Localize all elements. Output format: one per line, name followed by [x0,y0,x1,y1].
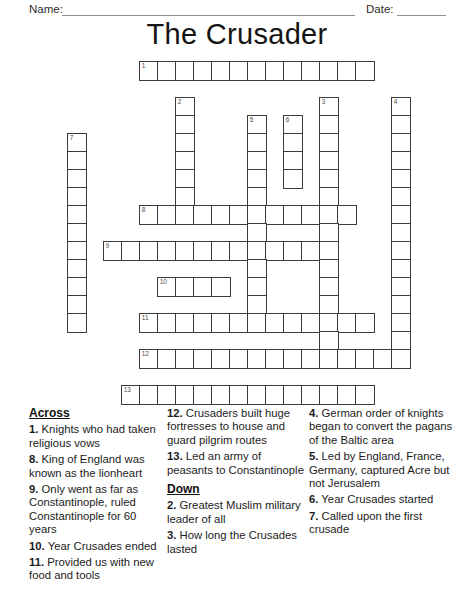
grid-cell[interactable]: 10 [157,277,177,297]
clue: 2. Greatest Muslim military leader of al… [167,499,305,526]
grid-cell[interactable] [157,241,177,261]
clues-down-header: Down [167,483,305,496]
grid-cell[interactable] [301,349,321,369]
clue-number-label: 12. [167,407,183,419]
grid-cell[interactable] [211,205,231,225]
grid-cell[interactable] [391,241,411,261]
crossword-grid: 12345678910111213 [68,62,410,404]
grid-cell[interactable] [67,241,87,261]
grid-cell[interactable] [283,349,303,369]
grid-cell[interactable] [67,313,87,333]
grid-cell[interactable] [391,187,411,207]
grid-cell[interactable] [247,205,267,225]
grid-cell[interactable] [175,151,195,171]
grid-cell[interactable] [265,61,285,81]
clue-number: 8 [142,206,146,214]
clue: 4. German order of knights began to conv… [309,407,454,447]
grid-cell[interactable] [265,385,285,405]
grid-cell[interactable] [319,169,339,189]
grid-cell[interactable] [301,241,321,261]
grid-cell[interactable] [391,277,411,297]
clue-number-label: 2. [167,499,176,511]
grid-cell[interactable] [211,277,231,297]
page-title: The Crusader [0,18,474,51]
grid-cell[interactable] [247,169,267,189]
grid-cell[interactable]: 13 [121,385,141,405]
grid-cell[interactable] [67,205,87,225]
grid-cell[interactable] [265,313,285,333]
grid-cell[interactable] [319,349,339,369]
clue-number-label: 6. [309,493,318,505]
clue-number: 3 [322,98,326,106]
date-blank-line [397,15,446,16]
grid-cell[interactable] [193,349,213,369]
grid-cell[interactable] [229,349,249,369]
clue-number-label: 13. [167,450,183,462]
grid-cell[interactable]: 12 [139,349,159,369]
clue-number-label: 7. [309,510,318,522]
grid-cell[interactable] [391,151,411,171]
grid-cell[interactable] [67,223,87,243]
grid-cell[interactable] [175,241,195,261]
grid-cell[interactable] [391,313,411,333]
clue-section: Down2. Greatest Muslim military leader o… [167,483,305,556]
name-label: Name: [29,3,63,15]
grid-cell[interactable]: 5 [247,115,267,135]
grid-cell[interactable] [247,385,267,405]
grid-cell[interactable] [157,385,177,405]
grid-cell[interactable] [301,313,321,333]
grid-cell[interactable] [319,187,339,207]
clue-number-label: 8. [29,453,38,465]
clue: 6. Year Crusades started [309,493,454,506]
clue: 12. Crusaders built huge fortresses to h… [167,407,305,447]
clue-number-label: 9. [29,483,38,495]
grid-cell[interactable] [391,349,411,369]
grid-cell[interactable]: 1 [139,61,159,81]
grid-cell[interactable] [391,259,411,279]
clue: 3. How long the Crusades lasted [167,529,305,556]
grid-cell[interactable] [247,277,267,297]
grid-cell[interactable] [391,115,411,135]
grid-cell[interactable] [175,187,195,207]
clue: 1. Knights who had taken religious vows [29,423,161,450]
grid-cell[interactable] [265,205,285,225]
grid-cell[interactable] [193,205,213,225]
grid-cell[interactable] [319,259,339,279]
clue: 8. King of England was known as the lion… [29,453,161,480]
grid-cell[interactable] [391,331,411,351]
grid-cell[interactable] [391,205,411,225]
grid-cell[interactable] [175,385,195,405]
grid-cell[interactable] [319,331,339,351]
grid-cell[interactable] [211,385,231,405]
grid-cell[interactable] [283,151,303,171]
grid-cell[interactable] [229,205,249,225]
clue-number: 6 [286,116,290,124]
grid-cell[interactable] [121,241,141,261]
grid-cell[interactable] [67,151,87,171]
grid-cell[interactable] [391,133,411,153]
clue-number: 4 [394,98,398,106]
grid-cell[interactable] [67,295,87,315]
clue: 5. Led by England, France, Germany, capt… [309,450,454,490]
grid-cell[interactable] [211,241,231,261]
grid-cell[interactable] [175,133,195,153]
grid-cell[interactable] [175,115,195,135]
grid-cell[interactable] [283,385,303,405]
grid-cell[interactable] [175,61,195,81]
grid-cell[interactable]: 11 [139,313,159,333]
grid-cell[interactable] [193,385,213,405]
clue-number: 5 [250,116,254,124]
grid-cell[interactable] [283,313,303,333]
clue-number-label: 3. [167,529,176,541]
grid-cell[interactable] [67,187,87,207]
grid-cell[interactable] [355,385,375,405]
grid-cell[interactable] [319,295,339,315]
clue-number: 13 [124,386,131,394]
clue-number: 11 [142,314,149,322]
grid-cell[interactable] [355,313,375,333]
grid-cell[interactable] [355,349,375,369]
grid-cell[interactable] [319,313,339,333]
grid-cell[interactable] [283,61,303,81]
grid-cell[interactable] [319,223,339,243]
grid-cell[interactable] [157,349,177,369]
grid-cell[interactable] [337,205,357,225]
worksheet-page: Name: Date: The Crusader 123456789101112… [0,0,474,613]
grid-cell[interactable]: 6 [283,115,303,135]
grid-cell[interactable]: 8 [139,205,159,225]
grid-cell[interactable] [193,277,213,297]
grid-cell[interactable] [229,313,249,333]
grid-cell[interactable] [157,313,177,333]
clue-number: 1 [142,62,146,70]
clue-section: Across1. Knights who had taken religious… [29,407,161,583]
grid-cell[interactable] [175,313,195,333]
grid-cell[interactable] [175,349,195,369]
clue: 10. Year Crusades ended [29,540,161,553]
clue-section: 4. German order of knights began to conv… [309,407,454,537]
grid-cell[interactable] [247,223,267,243]
grid-cell[interactable] [319,385,339,405]
grid-cell[interactable] [229,385,249,405]
grid-cell[interactable] [373,349,393,369]
clue-number: 7 [70,134,74,142]
grid-cell[interactable] [319,277,339,297]
grid-cell[interactable] [247,133,267,153]
grid-cell[interactable] [247,313,267,333]
clue-section: 12. Crusaders built huge fortresses to h… [167,407,305,477]
clue-number: 2 [178,98,182,106]
clue-number-label: 5. [309,450,318,462]
grid-cell[interactable] [319,151,339,171]
grid-cell[interactable]: 9 [103,241,123,261]
grid-cell[interactable] [337,61,357,81]
grid-cell[interactable] [337,349,357,369]
grid-cell[interactable] [67,277,87,297]
grid-cell[interactable] [175,205,195,225]
clue-number: 12 [142,350,149,358]
grid-cell[interactable]: 2 [175,97,195,117]
grid-cell[interactable] [211,313,231,333]
grid-cell[interactable] [229,61,249,81]
grid-cell[interactable] [193,313,213,333]
grid-cell[interactable] [247,187,267,207]
grid-cell[interactable] [319,241,339,261]
clue-column: 12. Crusaders built huge fortresses to h… [167,407,305,562]
grid-cell[interactable] [67,259,87,279]
grid-cell[interactable] [283,133,303,153]
grid-cell[interactable]: 3 [319,97,339,117]
clues-across-header: Across [29,407,161,420]
grid-cell[interactable] [247,151,267,171]
grid-cell[interactable] [175,169,195,189]
grid-cell[interactable] [319,133,339,153]
clue: 13. Led an army of peasants to Constanti… [167,450,305,477]
grid-cell[interactable] [319,205,339,225]
grid-cell[interactable] [193,61,213,81]
grid-cell[interactable] [283,205,303,225]
clue: 9. Only went as far as Constantinople, r… [29,483,161,537]
grid-cell[interactable] [247,241,267,261]
grid-cell[interactable] [301,205,321,225]
clue: 7. Called upon the first crusade [309,510,454,537]
grid-cell[interactable] [355,61,375,81]
clue-number-label: 1. [29,423,38,435]
grid-cell[interactable] [247,61,267,81]
grid-cell[interactable] [337,313,357,333]
grid-cell[interactable] [247,349,267,369]
date-label: Date: [366,3,394,15]
clue-number: 10 [160,278,167,286]
grid-cell[interactable] [319,61,339,81]
grid-cell[interactable] [391,295,411,315]
clue-column: Across1. Knights who had taken religious… [29,407,161,589]
clue-column: 4. German order of knights began to conv… [309,407,454,543]
grid-cell[interactable] [301,385,321,405]
grid-cell[interactable] [139,241,159,261]
grid-cell[interactable] [139,385,159,405]
name-blank-line [62,15,355,16]
grid-cell[interactable] [391,223,411,243]
clue-number-label: 11. [29,556,44,568]
grid-cell[interactable] [67,169,87,189]
grid-cell[interactable] [319,115,339,135]
grid-cell[interactable]: 4 [391,97,411,117]
grid-cell[interactable] [301,61,321,81]
clue-number-label: 4. [309,407,318,419]
grid-cell[interactable] [265,241,285,261]
grid-cell[interactable] [211,61,231,81]
grid-cell[interactable] [247,295,267,315]
grid-cell[interactable] [193,241,213,261]
grid-cell[interactable] [229,241,249,261]
grid-cell[interactable] [391,169,411,189]
grid-cell[interactable] [283,169,303,189]
grid-cell[interactable] [337,385,357,405]
clue-number-label: 10. [29,540,45,552]
grid-cell[interactable]: 7 [67,133,87,153]
grid-cell[interactable] [265,349,285,369]
grid-cell[interactable] [247,259,267,279]
clue: 11. Provided us with new food and tools [29,556,161,583]
grid-cell[interactable] [283,241,303,261]
grid-cell[interactable] [211,349,231,369]
clue-number: 9 [106,242,110,250]
grid-cell[interactable] [157,205,177,225]
grid-cell[interactable] [157,61,177,81]
grid-cell[interactable] [175,277,195,297]
